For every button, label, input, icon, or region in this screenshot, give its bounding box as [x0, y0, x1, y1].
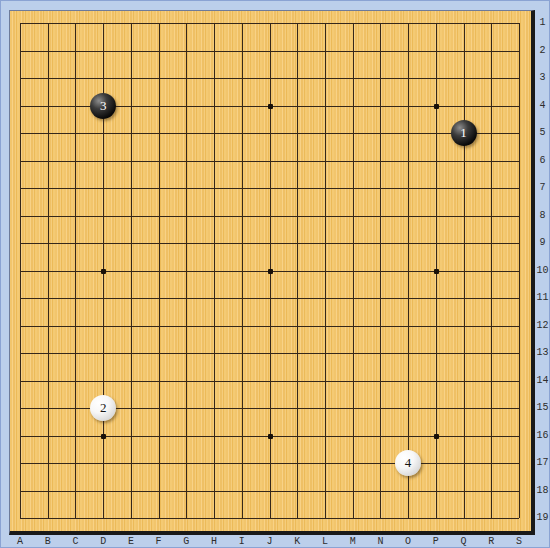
grid-line — [20, 381, 519, 382]
grid-line — [491, 23, 492, 518]
grid-line — [408, 23, 409, 518]
column-label: R — [481, 535, 501, 548]
row-label: 5 — [534, 126, 550, 140]
row-label: 13 — [534, 346, 550, 360]
grid-line — [20, 463, 519, 464]
column-label: F — [149, 535, 169, 548]
column-label: E — [121, 535, 141, 548]
column-label: G — [176, 535, 196, 548]
go-board-widget: 1234 ABCDEFGHIJKLMNOPQRS 123456789101112… — [0, 0, 550, 548]
row-label: 3 — [534, 71, 550, 85]
black-stone: 3 — [90, 93, 116, 119]
star-point — [434, 104, 439, 109]
column-label: H — [204, 535, 224, 548]
column-label: K — [287, 535, 307, 548]
row-label: 11 — [534, 291, 550, 305]
star-point — [434, 269, 439, 274]
row-label: 6 — [534, 154, 550, 168]
star-point — [268, 434, 273, 439]
move-number-label: 1 — [460, 125, 467, 141]
column-label: Q — [454, 535, 474, 548]
move-number-label: 3 — [100, 98, 107, 114]
column-label: L — [315, 535, 335, 548]
grid-line — [325, 23, 326, 518]
row-label: 19 — [534, 511, 550, 525]
grid-line — [20, 518, 519, 519]
row-labels: 12345678910111213141516171819 — [534, 23, 550, 518]
grid-line — [353, 23, 354, 518]
row-label: 17 — [534, 456, 550, 470]
column-label: N — [370, 535, 390, 548]
row-label: 14 — [534, 374, 550, 388]
move-number-label: 2 — [100, 400, 107, 416]
column-label: M — [343, 535, 363, 548]
row-label: 7 — [534, 181, 550, 195]
grid-line — [20, 326, 519, 327]
row-label: 2 — [534, 44, 550, 58]
row-label: 1 — [534, 16, 550, 30]
row-label: 8 — [534, 209, 550, 223]
grid-line — [380, 23, 381, 518]
column-label: B — [38, 535, 58, 548]
row-label: 15 — [534, 401, 550, 415]
star-point — [434, 434, 439, 439]
row-label: 16 — [534, 429, 550, 443]
grid-line — [464, 23, 465, 518]
column-label: D — [93, 535, 113, 548]
star-point — [268, 104, 273, 109]
star-point — [268, 269, 273, 274]
column-labels: ABCDEFGHIJKLMNOPQRS — [20, 535, 519, 548]
board-grid[interactable]: 1234 — [20, 23, 519, 518]
column-label: A — [10, 535, 30, 548]
move-number-label: 4 — [405, 455, 412, 471]
column-label: J — [260, 535, 280, 548]
grid-line — [20, 491, 519, 492]
column-label: C — [65, 535, 85, 548]
grid-line — [519, 23, 520, 518]
row-label: 9 — [534, 236, 550, 250]
black-stone: 1 — [451, 120, 477, 146]
grid-line — [20, 298, 519, 299]
row-label: 4 — [534, 99, 550, 113]
star-point — [101, 269, 106, 274]
column-label: P — [426, 535, 446, 548]
white-stone: 2 — [90, 395, 116, 421]
grid-line — [20, 353, 519, 354]
row-label: 18 — [534, 484, 550, 498]
row-label: 12 — [534, 319, 550, 333]
column-label: O — [398, 535, 418, 548]
column-label: I — [232, 535, 252, 548]
white-stone: 4 — [395, 450, 421, 476]
star-point — [101, 434, 106, 439]
grid-line — [297, 23, 298, 518]
row-label: 10 — [534, 264, 550, 278]
column-label: S — [509, 535, 529, 548]
